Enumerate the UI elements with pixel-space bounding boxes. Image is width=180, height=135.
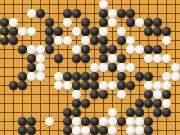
intersection[interactable]	[135, 18, 144, 27]
intersection[interactable]	[72, 54, 81, 63]
intersection[interactable]	[99, 72, 108, 81]
intersection[interactable]	[171, 9, 180, 18]
intersection[interactable]	[63, 126, 72, 135]
intersection[interactable]	[126, 126, 135, 135]
intersection[interactable]	[144, 81, 153, 90]
intersection[interactable]	[27, 36, 36, 45]
white-stone	[153, 90, 162, 99]
intersection[interactable]	[99, 27, 108, 36]
intersection[interactable]	[63, 99, 72, 108]
intersection[interactable]	[36, 18, 45, 27]
intersection[interactable]	[0, 72, 9, 81]
intersection[interactable]	[153, 99, 162, 108]
intersection[interactable]	[135, 45, 144, 54]
intersection[interactable]	[171, 18, 180, 27]
intersection[interactable]	[108, 117, 117, 126]
intersection[interactable]	[99, 108, 108, 117]
intersection[interactable]	[108, 45, 117, 54]
intersection[interactable]	[126, 0, 135, 9]
intersection[interactable]	[171, 117, 180, 126]
intersection[interactable]	[108, 27, 117, 36]
intersection[interactable]	[72, 9, 81, 18]
intersection[interactable]	[117, 126, 126, 135]
intersection[interactable]	[18, 99, 27, 108]
intersection[interactable]	[117, 27, 126, 36]
intersection[interactable]	[126, 72, 135, 81]
intersection[interactable]	[90, 54, 99, 63]
intersection[interactable]	[18, 9, 27, 18]
intersection[interactable]	[0, 81, 9, 90]
intersection[interactable]	[171, 0, 180, 9]
intersection[interactable]	[45, 99, 54, 108]
intersection[interactable]	[126, 99, 135, 108]
intersection[interactable]	[27, 72, 36, 81]
intersection[interactable]	[18, 63, 27, 72]
intersection[interactable]	[18, 81, 27, 90]
intersection[interactable]	[0, 90, 9, 99]
intersection[interactable]	[108, 18, 117, 27]
intersection[interactable]	[54, 126, 63, 135]
intersection[interactable]	[81, 117, 90, 126]
intersection[interactable]	[63, 18, 72, 27]
intersection[interactable]	[162, 81, 171, 90]
intersection[interactable]	[144, 117, 153, 126]
intersection[interactable]	[9, 81, 18, 90]
intersection[interactable]	[27, 99, 36, 108]
intersection[interactable]	[126, 45, 135, 54]
intersection[interactable]	[27, 0, 36, 9]
intersection[interactable]	[81, 54, 90, 63]
intersection[interactable]	[153, 72, 162, 81]
intersection[interactable]	[108, 72, 117, 81]
intersection[interactable]	[162, 9, 171, 18]
intersection[interactable]	[144, 45, 153, 54]
intersection[interactable]	[90, 126, 99, 135]
intersection[interactable]	[72, 126, 81, 135]
intersection[interactable]	[27, 45, 36, 54]
intersection[interactable]	[0, 54, 9, 63]
intersection[interactable]	[117, 72, 126, 81]
intersection[interactable]	[117, 18, 126, 27]
intersection[interactable]	[153, 63, 162, 72]
intersection[interactable]	[18, 27, 27, 36]
intersection[interactable]	[162, 45, 171, 54]
intersection[interactable]	[81, 99, 90, 108]
intersection[interactable]	[54, 90, 63, 99]
intersection[interactable]	[144, 54, 153, 63]
intersection[interactable]	[81, 27, 90, 36]
intersection[interactable]	[54, 45, 63, 54]
intersection[interactable]	[117, 36, 126, 45]
intersection[interactable]	[117, 108, 126, 117]
intersection[interactable]	[126, 9, 135, 18]
intersection[interactable]	[54, 63, 63, 72]
intersection[interactable]	[135, 126, 144, 135]
intersection[interactable]	[36, 63, 45, 72]
intersection[interactable]	[162, 63, 171, 72]
intersection[interactable]	[144, 18, 153, 27]
intersection[interactable]	[63, 36, 72, 45]
intersection[interactable]	[9, 9, 18, 18]
intersection[interactable]	[99, 36, 108, 45]
intersection[interactable]	[108, 81, 117, 90]
intersection[interactable]	[9, 108, 18, 117]
intersection[interactable]	[36, 54, 45, 63]
intersection[interactable]	[144, 0, 153, 9]
intersection[interactable]	[126, 18, 135, 27]
intersection[interactable]	[171, 72, 180, 81]
intersection[interactable]	[99, 0, 108, 9]
intersection[interactable]	[108, 126, 117, 135]
intersection[interactable]	[54, 18, 63, 27]
intersection[interactable]	[27, 81, 36, 90]
intersection[interactable]	[27, 126, 36, 135]
intersection[interactable]	[90, 45, 99, 54]
intersection[interactable]	[126, 117, 135, 126]
intersection[interactable]	[63, 27, 72, 36]
intersection[interactable]	[9, 45, 18, 54]
intersection[interactable]	[72, 81, 81, 90]
intersection[interactable]	[99, 99, 108, 108]
intersection[interactable]	[153, 90, 162, 99]
intersection[interactable]	[90, 90, 99, 99]
intersection[interactable]	[36, 117, 45, 126]
intersection[interactable]	[171, 90, 180, 99]
intersection[interactable]	[27, 9, 36, 18]
intersection[interactable]	[144, 126, 153, 135]
intersection[interactable]	[45, 126, 54, 135]
intersection[interactable]	[90, 99, 99, 108]
intersection[interactable]	[162, 36, 171, 45]
go-board[interactable]	[0, 0, 180, 135]
intersection[interactable]	[18, 0, 27, 9]
intersection[interactable]	[135, 72, 144, 81]
intersection[interactable]	[0, 117, 9, 126]
intersection[interactable]	[45, 81, 54, 90]
intersection[interactable]	[81, 45, 90, 54]
intersection[interactable]	[81, 126, 90, 135]
intersection[interactable]	[117, 9, 126, 18]
intersection[interactable]	[90, 81, 99, 90]
intersection[interactable]	[54, 9, 63, 18]
intersection[interactable]	[153, 18, 162, 27]
intersection[interactable]	[36, 99, 45, 108]
intersection[interactable]	[45, 36, 54, 45]
intersection[interactable]	[117, 0, 126, 9]
intersection[interactable]	[54, 27, 63, 36]
intersection[interactable]	[135, 108, 144, 117]
intersection[interactable]	[18, 18, 27, 27]
intersection[interactable]	[9, 0, 18, 9]
intersection[interactable]	[54, 81, 63, 90]
intersection[interactable]	[117, 90, 126, 99]
intersection[interactable]	[54, 108, 63, 117]
intersection[interactable]	[27, 63, 36, 72]
intersection[interactable]	[27, 54, 36, 63]
intersection[interactable]	[72, 0, 81, 9]
intersection[interactable]	[81, 108, 90, 117]
intersection[interactable]	[126, 36, 135, 45]
intersection[interactable]	[99, 9, 108, 18]
intersection[interactable]	[18, 126, 27, 135]
intersection[interactable]	[108, 54, 117, 63]
intersection[interactable]	[153, 117, 162, 126]
intersection[interactable]	[36, 27, 45, 36]
intersection[interactable]	[63, 72, 72, 81]
intersection[interactable]	[144, 108, 153, 117]
intersection[interactable]	[126, 90, 135, 99]
intersection[interactable]	[72, 63, 81, 72]
intersection[interactable]	[63, 45, 72, 54]
intersection[interactable]	[153, 0, 162, 9]
intersection[interactable]	[0, 18, 9, 27]
intersection[interactable]	[108, 99, 117, 108]
intersection[interactable]	[162, 108, 171, 117]
intersection[interactable]	[72, 117, 81, 126]
intersection[interactable]	[9, 27, 18, 36]
intersection[interactable]	[45, 72, 54, 81]
intersection[interactable]	[27, 18, 36, 27]
intersection[interactable]	[63, 81, 72, 90]
intersection[interactable]	[36, 90, 45, 99]
intersection[interactable]	[18, 90, 27, 99]
intersection[interactable]	[45, 18, 54, 27]
intersection[interactable]	[0, 9, 9, 18]
intersection[interactable]	[81, 9, 90, 18]
intersection[interactable]	[144, 27, 153, 36]
intersection[interactable]	[18, 36, 27, 45]
intersection[interactable]	[135, 36, 144, 45]
intersection[interactable]	[126, 27, 135, 36]
intersection[interactable]	[81, 72, 90, 81]
intersection[interactable]	[18, 54, 27, 63]
intersection[interactable]	[9, 36, 18, 45]
intersection[interactable]	[9, 117, 18, 126]
intersection[interactable]	[45, 45, 54, 54]
intersection[interactable]	[45, 27, 54, 36]
intersection[interactable]	[90, 36, 99, 45]
intersection[interactable]	[90, 0, 99, 9]
intersection[interactable]	[54, 117, 63, 126]
intersection[interactable]	[0, 45, 9, 54]
intersection[interactable]	[162, 27, 171, 36]
intersection[interactable]	[162, 18, 171, 27]
intersection[interactable]	[135, 90, 144, 99]
intersection[interactable]	[135, 27, 144, 36]
intersection[interactable]	[0, 126, 9, 135]
intersection[interactable]	[63, 54, 72, 63]
intersection[interactable]	[54, 54, 63, 63]
intersection[interactable]	[72, 45, 81, 54]
intersection[interactable]	[117, 54, 126, 63]
intersection[interactable]	[0, 63, 9, 72]
intersection[interactable]	[99, 117, 108, 126]
intersection[interactable]	[27, 90, 36, 99]
intersection[interactable]	[126, 63, 135, 72]
intersection[interactable]	[9, 90, 18, 99]
intersection[interactable]	[81, 18, 90, 27]
intersection[interactable]	[27, 27, 36, 36]
intersection[interactable]	[72, 90, 81, 99]
intersection[interactable]	[99, 90, 108, 99]
intersection[interactable]	[54, 72, 63, 81]
intersection[interactable]	[144, 36, 153, 45]
intersection[interactable]	[135, 0, 144, 9]
intersection[interactable]	[90, 72, 99, 81]
intersection[interactable]	[36, 81, 45, 90]
intersection[interactable]	[0, 108, 9, 117]
intersection[interactable]	[144, 9, 153, 18]
intersection[interactable]	[153, 27, 162, 36]
intersection[interactable]	[90, 63, 99, 72]
intersection[interactable]	[153, 81, 162, 90]
intersection[interactable]	[9, 126, 18, 135]
intersection[interactable]	[36, 126, 45, 135]
intersection[interactable]	[72, 36, 81, 45]
intersection[interactable]	[153, 126, 162, 135]
intersection[interactable]	[171, 27, 180, 36]
intersection[interactable]	[153, 9, 162, 18]
intersection[interactable]	[72, 99, 81, 108]
intersection[interactable]	[54, 0, 63, 9]
intersection[interactable]	[9, 72, 18, 81]
intersection[interactable]	[108, 9, 117, 18]
intersection[interactable]	[99, 126, 108, 135]
intersection[interactable]	[90, 9, 99, 18]
intersection[interactable]	[36, 0, 45, 9]
intersection[interactable]	[162, 0, 171, 9]
intersection[interactable]	[99, 45, 108, 54]
intersection[interactable]	[36, 72, 45, 81]
intersection[interactable]	[144, 63, 153, 72]
intersection[interactable]	[135, 81, 144, 90]
intersection[interactable]	[54, 99, 63, 108]
intersection[interactable]	[36, 36, 45, 45]
intersection[interactable]	[153, 108, 162, 117]
intersection[interactable]	[63, 63, 72, 72]
intersection[interactable]	[90, 18, 99, 27]
intersection[interactable]	[81, 81, 90, 90]
intersection[interactable]	[54, 36, 63, 45]
intersection[interactable]	[171, 81, 180, 90]
intersection[interactable]	[72, 108, 81, 117]
intersection[interactable]	[81, 90, 90, 99]
intersection[interactable]	[108, 0, 117, 9]
intersection[interactable]	[117, 81, 126, 90]
intersection[interactable]	[117, 99, 126, 108]
intersection[interactable]	[108, 90, 117, 99]
intersection[interactable]	[153, 36, 162, 45]
intersection[interactable]	[171, 99, 180, 108]
intersection[interactable]	[90, 108, 99, 117]
intersection[interactable]	[99, 81, 108, 90]
intersection[interactable]	[135, 99, 144, 108]
intersection[interactable]	[90, 117, 99, 126]
intersection[interactable]	[171, 54, 180, 63]
intersection[interactable]	[72, 27, 81, 36]
intersection[interactable]	[9, 63, 18, 72]
intersection[interactable]	[63, 117, 72, 126]
intersection[interactable]	[153, 54, 162, 63]
intersection[interactable]	[9, 18, 18, 27]
intersection[interactable]	[45, 108, 54, 117]
intersection[interactable]	[144, 72, 153, 81]
intersection[interactable]	[171, 108, 180, 117]
intersection[interactable]	[108, 108, 117, 117]
intersection[interactable]	[117, 117, 126, 126]
intersection[interactable]	[171, 45, 180, 54]
intersection[interactable]	[45, 90, 54, 99]
intersection[interactable]	[99, 63, 108, 72]
intersection[interactable]	[153, 45, 162, 54]
intersection[interactable]	[126, 108, 135, 117]
intersection[interactable]	[45, 117, 54, 126]
intersection[interactable]	[27, 108, 36, 117]
intersection[interactable]	[9, 99, 18, 108]
intersection[interactable]	[63, 9, 72, 18]
intersection[interactable]	[135, 9, 144, 18]
intersection[interactable]	[9, 54, 18, 63]
intersection[interactable]	[18, 45, 27, 54]
intersection[interactable]	[45, 54, 54, 63]
intersection[interactable]	[63, 90, 72, 99]
intersection[interactable]	[18, 117, 27, 126]
intersection[interactable]	[18, 108, 27, 117]
intersection[interactable]	[162, 72, 171, 81]
intersection[interactable]	[45, 63, 54, 72]
intersection[interactable]	[162, 126, 171, 135]
intersection[interactable]	[0, 99, 9, 108]
intersection[interactable]	[144, 90, 153, 99]
intersection[interactable]	[63, 0, 72, 9]
intersection[interactable]	[117, 45, 126, 54]
intersection[interactable]	[18, 72, 27, 81]
intersection[interactable]	[81, 0, 90, 9]
intersection[interactable]	[171, 63, 180, 72]
intersection[interactable]	[126, 81, 135, 90]
intersection[interactable]	[135, 63, 144, 72]
intersection[interactable]	[126, 54, 135, 63]
intersection[interactable]	[36, 108, 45, 117]
intersection[interactable]	[108, 36, 117, 45]
intersection[interactable]	[90, 27, 99, 36]
intersection[interactable]	[117, 63, 126, 72]
intersection[interactable]	[171, 126, 180, 135]
intersection[interactable]	[99, 18, 108, 27]
intersection[interactable]	[27, 117, 36, 126]
intersection[interactable]	[72, 72, 81, 81]
intersection[interactable]	[162, 90, 171, 99]
intersection[interactable]	[144, 99, 153, 108]
intersection[interactable]	[162, 117, 171, 126]
intersection[interactable]	[99, 54, 108, 63]
intersection[interactable]	[0, 0, 9, 9]
intersection[interactable]	[36, 45, 45, 54]
intersection[interactable]	[63, 108, 72, 117]
intersection[interactable]	[81, 36, 90, 45]
intersection[interactable]	[108, 63, 117, 72]
intersection[interactable]	[81, 63, 90, 72]
intersection[interactable]	[162, 54, 171, 63]
intersection[interactable]	[162, 99, 171, 108]
intersection[interactable]	[72, 18, 81, 27]
intersection[interactable]	[171, 36, 180, 45]
intersection[interactable]	[135, 54, 144, 63]
intersection[interactable]	[45, 9, 54, 18]
intersection[interactable]	[36, 9, 45, 18]
intersection[interactable]	[135, 117, 144, 126]
intersection[interactable]	[45, 0, 54, 9]
